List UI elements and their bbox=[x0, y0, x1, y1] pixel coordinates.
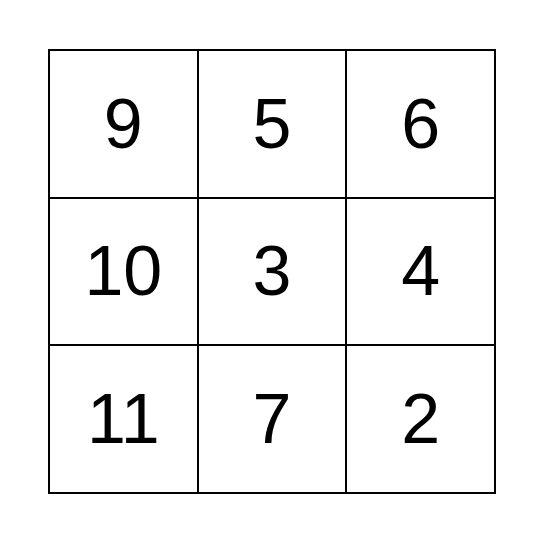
cell-r1c0[interactable]: 10 bbox=[50, 199, 197, 345]
cell-r1c1[interactable]: 3 bbox=[199, 199, 346, 345]
cell-r2c0[interactable]: 11 bbox=[50, 346, 197, 492]
cell-r0c0[interactable]: 9 bbox=[50, 51, 197, 197]
cell-r0c1[interactable]: 5 bbox=[199, 51, 346, 197]
number-grid-board: 9 5 6 10 3 4 11 7 2 bbox=[48, 49, 496, 494]
cell-r0c2[interactable]: 6 bbox=[347, 51, 494, 197]
cell-r2c2[interactable]: 2 bbox=[347, 346, 494, 492]
cell-r2c1[interactable]: 7 bbox=[199, 346, 346, 492]
page: 9 5 6 10 3 4 11 7 2 bbox=[0, 0, 544, 544]
cell-r1c2[interactable]: 4 bbox=[347, 199, 494, 345]
